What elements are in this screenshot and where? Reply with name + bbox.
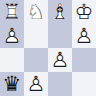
square-r2c0[interactable] bbox=[0, 48, 24, 72]
white-pawn-piece[interactable]: ♟♙ bbox=[0, 24, 24, 48]
white-king-piece[interactable]: ♚♔ bbox=[72, 0, 96, 24]
black-queen-icon: ♛ bbox=[0, 72, 24, 96]
square-r2c1[interactable] bbox=[24, 48, 48, 72]
white-knight-icon: ♘ bbox=[24, 0, 48, 24]
square-r0c1[interactable]: ♞♘ bbox=[24, 0, 48, 24]
square-r3c2[interactable] bbox=[48, 72, 72, 96]
square-r3c3[interactable] bbox=[72, 72, 96, 96]
white-pawn-piece[interactable]: ♟♙ bbox=[48, 48, 72, 72]
white-pawn-icon: ♙ bbox=[24, 72, 48, 96]
white-pawn-piece[interactable]: ♟♙ bbox=[24, 72, 48, 96]
white-rook-piece[interactable]: ♜♖ bbox=[0, 0, 24, 24]
square-r0c2[interactable]: ♝♗ bbox=[48, 0, 72, 24]
square-r1c2[interactable] bbox=[48, 24, 72, 48]
white-king-icon: ♔ bbox=[72, 0, 96, 24]
white-bishop-piece[interactable]: ♝♗ bbox=[48, 0, 72, 24]
white-bishop-icon: ♗ bbox=[48, 0, 72, 24]
square-r0c0[interactable]: ♜♖ bbox=[0, 0, 24, 24]
black-queen-piece[interactable]: ♛ bbox=[0, 72, 24, 96]
square-r1c1[interactable] bbox=[24, 24, 48, 48]
square-r1c3[interactable]: ♟♙ bbox=[72, 24, 96, 48]
square-r2c2[interactable]: ♟♙ bbox=[48, 48, 72, 72]
square-r0c3[interactable]: ♚♔ bbox=[72, 0, 96, 24]
white-pawn-icon: ♙ bbox=[0, 24, 24, 48]
white-pawn-piece[interactable]: ♟♙ bbox=[72, 24, 96, 48]
white-pawn-icon: ♙ bbox=[48, 48, 72, 72]
chess-board: ♜♖♞♘♝♗♚♔♟♙♟♙♟♙♛♟♙ bbox=[0, 0, 96, 96]
white-pawn-icon: ♙ bbox=[72, 24, 96, 48]
white-knight-piece[interactable]: ♞♘ bbox=[24, 0, 48, 24]
square-r2c3[interactable] bbox=[72, 48, 96, 72]
white-rook-icon: ♖ bbox=[0, 0, 24, 24]
square-r3c0[interactable]: ♛ bbox=[0, 72, 24, 96]
square-r3c1[interactable]: ♟♙ bbox=[24, 72, 48, 96]
square-r1c0[interactable]: ♟♙ bbox=[0, 24, 24, 48]
